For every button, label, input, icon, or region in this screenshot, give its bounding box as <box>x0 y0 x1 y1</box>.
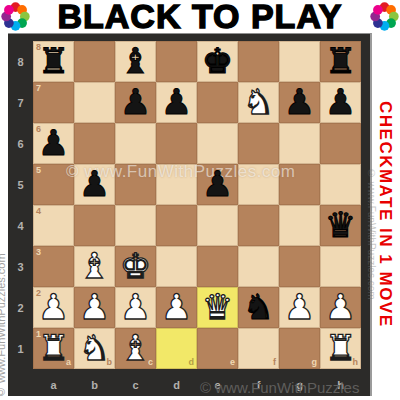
frame-rank-label: 6 <box>8 123 33 164</box>
square: ♟ <box>279 287 320 328</box>
square <box>197 82 238 123</box>
square: f <box>238 328 279 369</box>
frame-file-label: d <box>156 376 197 394</box>
square: ♞ <box>238 287 279 328</box>
black-king: ♚ <box>202 41 233 82</box>
square-file-label: e <box>230 358 235 367</box>
square: 7 <box>33 82 74 123</box>
square <box>320 246 361 287</box>
square <box>115 205 156 246</box>
square: 4 <box>33 205 74 246</box>
white-pawn: ♟ <box>325 287 356 328</box>
square <box>279 205 320 246</box>
square: ♟ <box>74 287 115 328</box>
white-pawn: ♟ <box>79 287 110 328</box>
square: 6♟ <box>33 123 74 164</box>
square: 1a♜ <box>33 328 74 369</box>
square-rank-label: 5 <box>36 166 41 175</box>
square: 8♜ <box>33 41 74 82</box>
frame-file-label: a <box>33 376 74 394</box>
square: ♚ <box>115 246 156 287</box>
square-file-label: d <box>189 358 195 367</box>
square <box>74 205 115 246</box>
square: ♟ <box>74 164 115 205</box>
black-pawn: ♟ <box>325 82 356 123</box>
square-rank-label: 7 <box>36 84 41 93</box>
white-pawn: ♟ <box>161 287 192 328</box>
frame-rank-label: 1 <box>8 328 33 369</box>
square <box>156 41 197 82</box>
square: ♟ <box>197 164 238 205</box>
square <box>320 164 361 205</box>
square: ♟ <box>156 82 197 123</box>
square <box>238 41 279 82</box>
square-rank-label: 4 <box>36 207 41 216</box>
square <box>238 123 279 164</box>
watermark-bottom: © www.FunWithPuzzles <box>200 379 359 396</box>
square: h♜ <box>320 328 361 369</box>
frame-rank-label: 7 <box>8 82 33 123</box>
square <box>279 123 320 164</box>
square: ♟ <box>279 82 320 123</box>
frame-rank-label: 2 <box>8 287 33 328</box>
puzzle-logo-icon <box>1 2 30 31</box>
square <box>156 123 197 164</box>
square: ♟ <box>156 287 197 328</box>
white-bishop: ♝ <box>120 328 151 369</box>
frame-rank-label: 8 <box>8 41 33 82</box>
black-pawn: ♟ <box>120 82 151 123</box>
square <box>74 123 115 164</box>
square <box>197 246 238 287</box>
puzzle-logo-icon <box>370 2 399 31</box>
square: b♞ <box>74 328 115 369</box>
black-pawn: ♟ <box>161 82 192 123</box>
square: ♛ <box>197 287 238 328</box>
square <box>238 205 279 246</box>
white-knight: ♞ <box>243 82 274 123</box>
white-rook: ♜ <box>38 328 69 369</box>
square <box>74 41 115 82</box>
white-king: ♚ <box>120 246 151 287</box>
black-rook: ♜ <box>325 41 356 82</box>
white-pawn: ♟ <box>38 287 69 328</box>
square: ♝ <box>115 41 156 82</box>
square: ♟ <box>115 287 156 328</box>
page-title: BLACK TO PLAY <box>31 0 369 33</box>
square: g <box>279 328 320 369</box>
white-rook: ♜ <box>325 328 356 369</box>
chess-board: 8♜♝♚♜7♟♟♞♟♟6♟5♟♟4♛3♝♚2♟♟♟♟♛♞♟♟1a♜b♞c♝def… <box>33 41 361 369</box>
chess-board-frame: 87654321 abcdefgh 8♜♝♚♜7♟♟♞♟♟6♟5♟♟4♛3♝♚2… <box>8 33 372 396</box>
watermark-left: © www.FunWithPuzzles.com <box>0 148 7 398</box>
square: d <box>156 328 197 369</box>
frame-file-label: c <box>115 376 156 394</box>
square <box>115 123 156 164</box>
square <box>197 205 238 246</box>
square: 2♟ <box>33 287 74 328</box>
black-knight: ♞ <box>243 287 274 328</box>
square: ♝ <box>74 246 115 287</box>
square <box>279 41 320 82</box>
white-knight: ♞ <box>79 328 110 369</box>
square: ♟ <box>320 287 361 328</box>
square <box>197 123 238 164</box>
black-queen: ♛ <box>325 205 356 246</box>
black-bishop: ♝ <box>120 41 151 82</box>
square: c♝ <box>115 328 156 369</box>
white-bishop: ♝ <box>79 246 110 287</box>
square: e <box>197 328 238 369</box>
puzzle-screenshot: BLACK TO PLAY 87654321 abcdefgh 8♜♝♚♜7♟♟… <box>0 0 400 400</box>
square <box>74 82 115 123</box>
black-pawn: ♟ <box>38 123 69 164</box>
white-pawn: ♟ <box>284 287 315 328</box>
square-file-label: f <box>273 358 276 367</box>
square: ♟ <box>115 82 156 123</box>
frame-rank-label: 3 <box>8 246 33 287</box>
black-pawn: ♟ <box>79 164 110 205</box>
title-bar: BLACK TO PLAY <box>0 0 400 33</box>
square: ♞ <box>238 82 279 123</box>
square: ♛ <box>320 205 361 246</box>
square: ♚ <box>197 41 238 82</box>
square <box>156 246 197 287</box>
square <box>279 246 320 287</box>
frame-rank-label: 5 <box>8 164 33 205</box>
frame-file-label: b <box>74 376 115 394</box>
white-pawn: ♟ <box>120 287 151 328</box>
square: 3 <box>33 246 74 287</box>
frame-rank-label: 4 <box>8 205 33 246</box>
square-file-label: g <box>312 358 318 367</box>
square-rank-label: 3 <box>36 248 41 257</box>
square <box>320 123 361 164</box>
square: ♜ <box>320 41 361 82</box>
black-rook: ♜ <box>38 41 69 82</box>
task-text: CHECKMATE IN 1 MOVE <box>375 101 395 328</box>
black-pawn: ♟ <box>202 164 233 205</box>
black-pawn: ♟ <box>284 82 315 123</box>
white-queen: ♛ <box>202 287 233 328</box>
square <box>238 246 279 287</box>
square: ♟ <box>320 82 361 123</box>
square <box>156 205 197 246</box>
task-banner: CHECKMATE IN 1 MOVE <box>370 33 400 395</box>
